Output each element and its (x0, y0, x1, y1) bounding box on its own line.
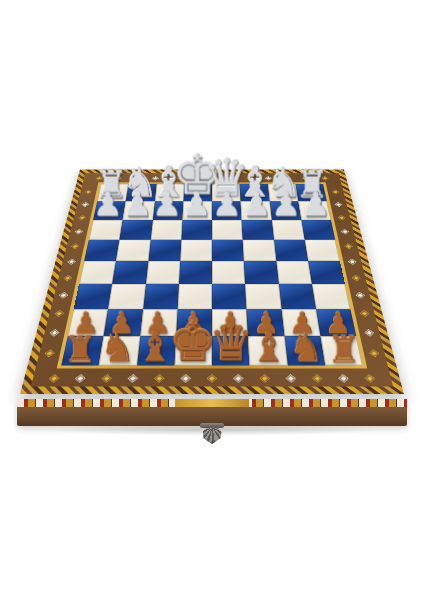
diamond-inlay-icon: ◈ (49, 327, 61, 337)
square-a5 (84, 240, 119, 261)
chess-set: ◈◈◈◈◈◈◈◈◈◈◈◈◈ ◈◈◈◈◈◈◈◈◈◈◈◈◈ ◈◈◈◈◈◈◈◈◈◈◈ … (20, 10, 404, 400)
diamond-inlay-icon: ◈ (363, 327, 375, 337)
square-f7: ♟ (241, 201, 272, 219)
front-stripe-gold-center (175, 399, 249, 407)
square-g5 (274, 240, 308, 261)
diamond-inlay-icon: ◈ (340, 227, 350, 234)
silver-pawn: ♟ (302, 190, 331, 221)
diamond-inlay-icon: ◈ (233, 372, 244, 383)
square-a7: ♟ (93, 201, 126, 219)
square-h1: ♜ (320, 336, 363, 365)
copper-knight: ♞ (100, 330, 135, 367)
silver-pawn: ♟ (182, 190, 211, 221)
diamond-inlay-icon: ◈ (334, 201, 343, 207)
silver-pawn: ♟ (123, 190, 152, 221)
square-c5 (148, 240, 181, 261)
square-c4 (146, 261, 180, 284)
diamond-inlay-icon: ◈ (101, 372, 113, 383)
outer-zigzag-inlay-band: ◈◈◈◈◈◈◈◈◈◈◈◈◈ ◈◈◈◈◈◈◈◈◈◈◈◈◈ ◈◈◈◈◈◈◈◈◈◈◈ … (20, 170, 404, 394)
silver-pawn: ♟ (153, 190, 182, 221)
silver-pawn: ♟ (242, 190, 271, 221)
square-e5 (212, 240, 244, 261)
square-g4 (276, 261, 312, 284)
diamond-inlay-icon: ◈ (127, 372, 139, 383)
diamond-inlay-icon: ◈ (363, 372, 376, 383)
square-g6 (271, 220, 304, 240)
square-d5 (180, 240, 212, 261)
copper-rook: ♜ (63, 332, 96, 367)
diamond-inlay-icon: ◈ (354, 290, 365, 299)
diamond-inlay-icon: ◈ (337, 372, 350, 383)
latch-shell-icon (203, 427, 222, 444)
square-d1: ♚ (174, 336, 212, 365)
diamond-inlay-icon: ◈ (347, 257, 358, 265)
diamond-inlay-icon: ◈ (74, 227, 84, 234)
diamond-inlay-icon: ◈ (311, 372, 323, 383)
copper-queen: ♛ (208, 319, 253, 367)
diamond-inlay-icon: ◈ (81, 201, 90, 207)
square-g1: ♞ (284, 336, 325, 365)
square-c6 (150, 220, 182, 240)
diamond-inlay-icon: ◈ (70, 242, 80, 249)
square-f1: ♝ (248, 336, 287, 365)
square-a6 (89, 220, 123, 240)
square-e1: ♛ (212, 336, 250, 365)
silver-pawn: ♟ (212, 190, 241, 221)
copper-bishop: ♝ (250, 328, 287, 367)
diamond-inlay-icon: ◈ (207, 372, 218, 383)
photo-canvas: ◈◈◈◈◈◈◈◈◈◈◈◈◈ ◈◈◈◈◈◈◈◈◈◈◈◈◈ ◈◈◈◈◈◈◈◈◈◈◈ … (0, 0, 424, 600)
square-c7: ♟ (153, 201, 184, 219)
diamond-inlay-icon: ◈ (77, 214, 87, 221)
copper-knight: ♞ (289, 330, 324, 367)
square-h7: ♟ (298, 201, 331, 219)
chess-board: ◈◈◈◈◈◈◈◈◈◈◈◈◈ ◈◈◈◈◈◈◈◈◈◈◈◈◈ ◈◈◈◈◈◈◈◈◈◈◈ … (20, 170, 404, 394)
board-box-front-edge (17, 399, 407, 426)
inlay-band-bottom: ◈◈◈◈◈◈◈◈◈◈◈◈◈ (31, 369, 393, 387)
square-h4 (308, 261, 345, 284)
inner-gold-frame: ♜♞♝♚♛♝♞♜♟♟♟♟♟♟♟♟♟♟♟♟♟♟♟♟♜♞♝♚♛♝♞♜ (57, 182, 368, 368)
square-b4 (112, 261, 148, 284)
square-b6 (120, 220, 153, 240)
board-grid: ♜♞♝♚♛♝♞♜♟♟♟♟♟♟♟♟♟♟♟♟♟♟♟♟♜♞♝♚♛♝♞♜ (61, 184, 363, 365)
diamond-inlay-icon: ◈ (44, 347, 57, 358)
square-h5 (304, 240, 339, 261)
silver-pawn: ♟ (272, 190, 301, 221)
silver-pawn: ♟ (93, 190, 122, 221)
square-f6 (242, 220, 274, 240)
square-g7: ♟ (269, 201, 301, 219)
diamond-inlay-icon: ◈ (331, 188, 340, 194)
diamond-inlay-icon: ◈ (154, 372, 165, 383)
square-b1: ♞ (99, 336, 140, 365)
square-f4 (244, 261, 278, 284)
square-d6 (181, 220, 212, 240)
diamond-inlay-icon: ◈ (74, 372, 87, 383)
square-b5 (116, 240, 150, 261)
square-e6 (212, 220, 243, 240)
square-e7: ♟ (212, 201, 242, 219)
square-a1: ♜ (61, 336, 104, 365)
square-b7: ♟ (123, 201, 155, 219)
square-d4 (179, 261, 212, 284)
diamond-inlay-icon: ◈ (54, 308, 66, 317)
diamond-inlay-icon: ◈ (66, 257, 77, 265)
diamond-inlay-icon: ◈ (84, 188, 93, 194)
diamond-inlay-icon: ◈ (359, 308, 371, 317)
square-a4 (79, 261, 116, 284)
diamond-inlay-icon: ◈ (343, 242, 353, 249)
diamond-inlay-icon: ◈ (337, 214, 347, 221)
diamond-inlay-icon: ◈ (58, 290, 69, 299)
diamond-inlay-border: ◈◈◈◈◈◈◈◈◈◈◈◈◈ ◈◈◈◈◈◈◈◈◈◈◈◈◈ ◈◈◈◈◈◈◈◈◈◈◈ … (31, 173, 393, 386)
diamond-inlay-icon: ◈ (180, 372, 191, 383)
diamond-inlay-icon: ◈ (259, 372, 270, 383)
diamond-inlay-icon: ◈ (368, 347, 381, 358)
square-d7: ♟ (182, 201, 212, 219)
copper-rook: ♜ (328, 332, 361, 367)
diamond-inlay-icon: ◈ (48, 372, 61, 383)
square-h6 (301, 220, 335, 240)
shell-latch (198, 423, 226, 444)
diamond-inlay-icon: ◈ (62, 273, 73, 281)
square-e4 (212, 261, 245, 284)
diamond-inlay-icon: ◈ (285, 372, 297, 383)
square-f5 (243, 240, 276, 261)
diamond-inlay-icon: ◈ (351, 273, 362, 281)
